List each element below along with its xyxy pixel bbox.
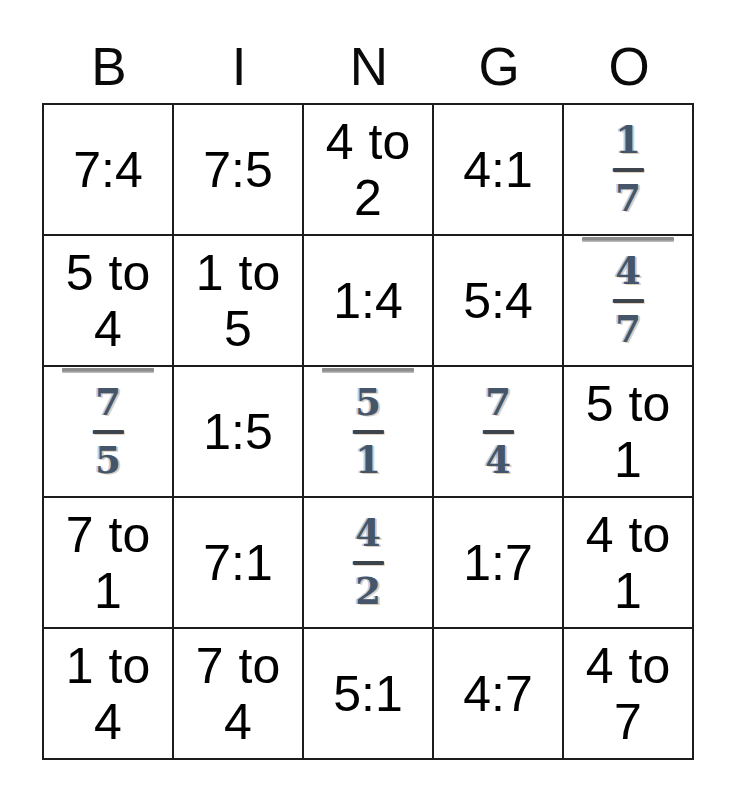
- bingo-cell-r3c4[interactable]: 74: [434, 367, 564, 498]
- header-letter-i: I: [232, 40, 247, 93]
- bingo-cell-r2c3[interactable]: 1:4: [304, 236, 434, 367]
- fraction-numerator: 5: [355, 382, 381, 423]
- fraction-denominator: 7: [615, 309, 641, 350]
- bingo-cell-r3c2[interactable]: 1:5: [174, 367, 304, 498]
- header-letter-n: N: [350, 40, 388, 93]
- fraction-value: 17: [613, 120, 644, 220]
- bingo-cell-r5c4[interactable]: 4:7: [434, 629, 564, 760]
- cell-value: 7 to 1: [56, 507, 160, 619]
- fraction-value: 74: [483, 382, 514, 482]
- bingo-cell-r4c4[interactable]: 1:7: [434, 498, 564, 629]
- cell-value: 4 to 7: [576, 638, 680, 750]
- image-edge-artifact: [582, 237, 674, 242]
- fraction-bar: [613, 168, 644, 172]
- bingo-cell-r2c1[interactable]: 5 to 4: [44, 236, 174, 367]
- fraction-bar: [353, 430, 384, 434]
- header-letter-o: O: [608, 40, 649, 93]
- bingo-cell-r2c2[interactable]: 1 to 5: [174, 236, 304, 367]
- fraction-value: 47: [613, 251, 644, 351]
- cell-value: 5:4: [463, 273, 533, 329]
- cell-value: 7:1: [203, 535, 273, 591]
- bingo-cell-r2c5[interactable]: 47: [564, 236, 694, 367]
- fraction-value: 42: [353, 513, 384, 613]
- bingo-cell-r1c3[interactable]: 4 to 2: [304, 105, 434, 236]
- bingo-cell-r5c3[interactable]: 5:1: [304, 629, 434, 760]
- bingo-cell-r4c5[interactable]: 4 to 1: [564, 498, 694, 629]
- bingo-cell-r1c4[interactable]: 4:1: [434, 105, 564, 236]
- bingo-cell-r3c3[interactable]: 51: [304, 367, 434, 498]
- fraction-denominator: 4: [485, 440, 511, 481]
- cell-value: 4 to 1: [576, 507, 680, 619]
- image-edge-artifact: [62, 368, 154, 373]
- bingo-cell-r4c3[interactable]: 42: [304, 498, 434, 629]
- bingo-cell-r4c2[interactable]: 7:1: [174, 498, 304, 629]
- fraction-bar: [483, 430, 514, 434]
- bingo-card: B I N G O 7:47:54 to 24:1175 to 41 to 51…: [42, 0, 694, 760]
- header-letter-b: B: [91, 40, 126, 93]
- bingo-cell-r1c1[interactable]: 7:4: [44, 105, 174, 236]
- fraction-bar: [353, 561, 384, 565]
- fraction-numerator: 1: [615, 120, 641, 161]
- fraction-numerator: 7: [95, 382, 121, 423]
- cell-value: 4 to 2: [316, 114, 420, 226]
- image-edge-artifact: [322, 368, 414, 373]
- fraction-denominator: 7: [615, 178, 641, 219]
- header-letter-g: G: [478, 40, 519, 93]
- bingo-cell-r3c5[interactable]: 5 to 1: [564, 367, 694, 498]
- cell-value: 1:7: [463, 535, 533, 591]
- fraction-bar: [613, 299, 644, 303]
- fraction-numerator: 7: [485, 382, 511, 423]
- cell-value: 7:4: [73, 142, 143, 198]
- fraction-numerator: 4: [615, 251, 641, 292]
- bingo-header: B I N G O: [44, 36, 694, 96]
- cell-value: 7 to 4: [186, 638, 290, 750]
- cell-value: 4:1: [463, 142, 533, 198]
- fraction-value: 75: [93, 382, 124, 482]
- cell-value: 5:1: [333, 666, 403, 722]
- bingo-grid: 7:47:54 to 24:1175 to 41 to 51:45:447751…: [42, 103, 694, 760]
- fraction-denominator: 1: [355, 440, 381, 481]
- fraction-denominator: 5: [95, 440, 121, 481]
- bingo-cell-r5c2[interactable]: 7 to 4: [174, 629, 304, 760]
- cell-value: 7:5: [203, 142, 273, 198]
- cell-value: 1:5: [203, 404, 273, 460]
- bingo-cell-r4c1[interactable]: 7 to 1: [44, 498, 174, 629]
- cell-value: 1:4: [333, 273, 403, 329]
- bingo-cell-r1c5[interactable]: 17: [564, 105, 694, 236]
- cell-value: 1 to 5: [186, 245, 290, 357]
- fraction-denominator: 2: [355, 571, 381, 612]
- bingo-cell-r3c1[interactable]: 75: [44, 367, 174, 498]
- bingo-cell-r5c1[interactable]: 1 to 4: [44, 629, 174, 760]
- fraction-value: 51: [353, 382, 384, 482]
- bingo-cell-r5c5[interactable]: 4 to 7: [564, 629, 694, 760]
- cell-value: 5 to 4: [56, 245, 160, 357]
- bingo-cell-r2c4[interactable]: 5:4: [434, 236, 564, 367]
- fraction-numerator: 4: [355, 513, 381, 554]
- cell-value: 1 to 4: [56, 638, 160, 750]
- fraction-bar: [93, 430, 124, 434]
- bingo-cell-r1c2[interactable]: 7:5: [174, 105, 304, 236]
- cell-value: 4:7: [463, 666, 533, 722]
- cell-value: 5 to 1: [576, 376, 680, 488]
